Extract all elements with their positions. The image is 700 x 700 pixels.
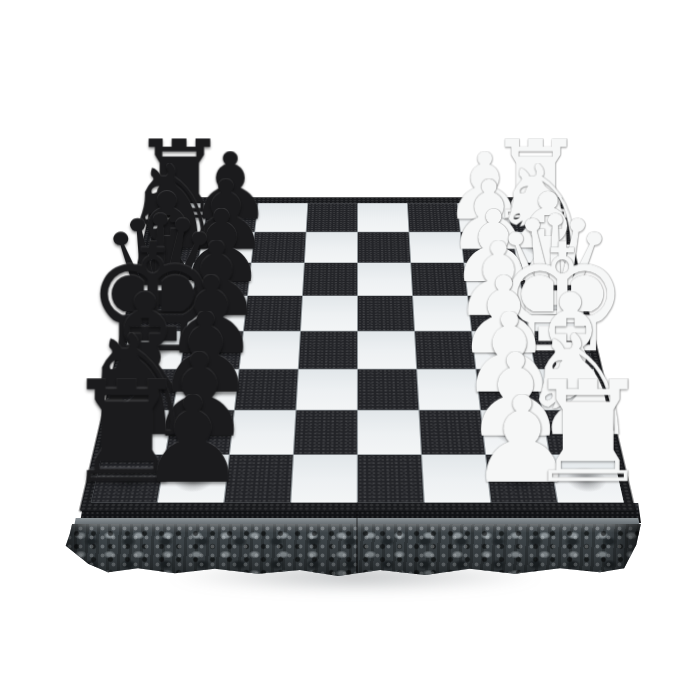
square-a4 [358,203,409,231]
square-b5 [305,232,357,262]
black-rook-h8: ♜ [64,378,190,488]
square-h4 [358,455,424,502]
square-g5 [294,411,357,455]
square-f5 [297,370,357,410]
chess-board: ♜♟♟♜♞♟♟♞♝♟♟♝♛♟♟♛♚♟♟♚♝♟♟♝♞♟♟♞♜♟♟♜ [80,198,636,512]
square-h5 [291,455,357,502]
square-e4 [358,331,416,368]
square-c5 [303,263,357,295]
square-f4 [358,370,418,410]
square-b4 [358,232,410,262]
square-h8: ♜ [91,455,165,502]
square-c4 [358,263,412,295]
square-d4 [358,296,414,331]
board-scene: ♜♟♟♜♞♟♟♞♝♟♟♝♛♟♟♛♚♟♟♚♝♟♟♝♞♟♟♞♜♟♟♜ [0,0,700,700]
square-e5 [299,331,357,368]
board-grid: ♜♟♟♜♞♟♟♞♝♟♟♝♛♟♟♛♚♟♟♚♝♟♟♝♞♟♟♞♜♟♟♜ [91,203,624,502]
square-a5 [307,203,358,231]
square-g4 [358,411,421,455]
square-d5 [301,296,357,331]
white-rook-h1: ♜ [525,378,651,488]
chess-set-photo: ♜♟♟♜♞♟♟♞♝♟♟♝♛♟♟♛♚♟♟♚♝♟♟♝♞♟♟♞♜♟♟♜ [0,0,700,700]
square-h1: ♜ [550,455,624,502]
